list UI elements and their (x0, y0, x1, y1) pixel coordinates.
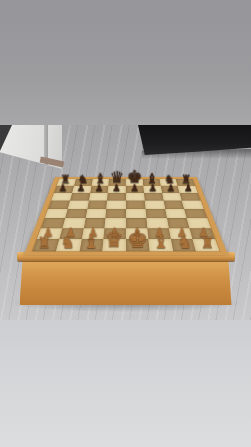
square-e3 (126, 218, 147, 228)
piece-white-pawn: ♟ (187, 226, 220, 238)
square-g3 (166, 218, 189, 228)
square-d8: ♛ (108, 179, 125, 186)
piece-black-rook: ♜ (173, 174, 199, 186)
square-b2: ♟ (59, 228, 83, 239)
square-f2: ♟ (147, 228, 170, 239)
square-b5 (67, 201, 88, 209)
square-b6 (69, 193, 89, 201)
square-a6 (51, 193, 72, 201)
square-b8: ♞ (74, 179, 93, 186)
square-d4 (105, 209, 125, 218)
chess-set: ♜♞♝♛♚♝♞♜♟♟♟♟♟♟♟♟♟♟♟♟♟♟♟♟♜♞♝♛♚♝♞♜ (17, 145, 234, 305)
square-f7: ♟ (143, 186, 162, 193)
square-d3 (104, 218, 125, 228)
square-h5 (182, 201, 204, 209)
square-h3 (186, 218, 210, 228)
square-c2: ♟ (81, 228, 104, 239)
square-e1: ♚ (126, 239, 149, 251)
square-a7: ♟ (54, 186, 74, 193)
square-g2: ♟ (168, 228, 192, 239)
square-c3 (83, 218, 105, 228)
square-a2: ♟ (36, 228, 61, 239)
square-c5 (87, 201, 107, 209)
square-d7: ♟ (108, 186, 126, 193)
square-a1: ♜ (32, 239, 59, 251)
square-f6 (143, 193, 162, 201)
square-b4 (65, 209, 87, 218)
square-g8: ♞ (159, 179, 178, 186)
square-f5 (144, 201, 164, 209)
square-e7: ♟ (126, 186, 144, 193)
square-g6 (161, 193, 181, 201)
square-b1: ♞ (55, 239, 81, 251)
square-a8: ♜ (56, 179, 75, 186)
square-h8: ♜ (176, 179, 195, 186)
square-d2: ♟ (103, 228, 125, 239)
square-g4 (164, 209, 186, 218)
chess-board: ♜♞♝♛♚♝♞♜♟♟♟♟♟♟♟♟♟♟♟♟♟♟♟♟♜♞♝♛♚♝♞♜ (31, 179, 221, 252)
square-b3 (62, 218, 85, 228)
photo: ♜♞♝♛♚♝♞♜♟♟♟♟♟♟♟♟♟♟♟♟♟♟♟♟♜♞♝♛♚♝♞♜ (0, 125, 251, 320)
square-e5 (126, 201, 145, 209)
square-f8: ♝ (142, 179, 160, 186)
square-c4 (85, 209, 106, 218)
photo-viewport: ♜♞♝♛♚♝♞♜♟♟♟♟♟♟♟♟♟♟♟♟♟♟♟♟♜♞♝♛♚♝♞♜ (0, 0, 251, 447)
square-f4 (145, 209, 166, 218)
board-frame: ♜♞♝♛♚♝♞♜♟♟♟♟♟♟♟♟♟♟♟♟♟♟♟♟♜♞♝♛♚♝♞♜ (24, 177, 228, 255)
letterbox-bottom (0, 320, 251, 447)
square-g1: ♞ (170, 239, 196, 251)
square-d1: ♛ (102, 239, 125, 251)
square-e6 (126, 193, 145, 201)
square-e2: ♟ (126, 228, 148, 239)
square-b7: ♟ (72, 186, 91, 193)
square-h2: ♟ (189, 228, 214, 239)
square-d5 (106, 201, 125, 209)
square-h1: ♜ (192, 239, 219, 251)
square-h4 (184, 209, 207, 218)
square-f1: ♝ (148, 239, 173, 251)
square-e8: ♚ (126, 179, 143, 186)
letterbox-top (0, 0, 251, 125)
square-h6 (179, 193, 200, 201)
square-d6 (107, 193, 126, 201)
square-a5 (48, 201, 70, 209)
square-c7: ♟ (90, 186, 109, 193)
chess-scene: ♜♞♝♛♚♝♞♜♟♟♟♟♟♟♟♟♟♟♟♟♟♟♟♟♜♞♝♛♚♝♞♜ (17, 145, 234, 305)
square-a4 (44, 209, 67, 218)
square-g5 (163, 201, 184, 209)
square-c8: ♝ (91, 179, 109, 186)
square-e4 (126, 209, 146, 218)
square-g7: ♟ (160, 186, 179, 193)
square-f3 (146, 218, 168, 228)
square-a3 (40, 218, 64, 228)
wooden-box-front (20, 258, 232, 305)
square-c1: ♝ (79, 239, 104, 251)
square-c6 (88, 193, 107, 201)
square-h7: ♟ (177, 186, 197, 193)
